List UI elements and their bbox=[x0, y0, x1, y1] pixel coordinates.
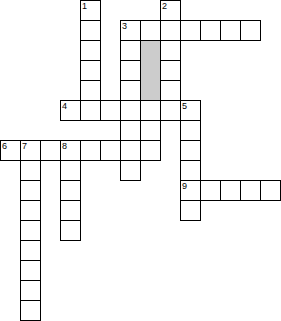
cell-r15-c1[interactable] bbox=[20, 300, 41, 321]
cell-r8-c6[interactable] bbox=[120, 160, 141, 181]
cell-r0-c8[interactable]: 2 bbox=[160, 0, 181, 21]
cell-r7-c0[interactable]: 6 bbox=[0, 140, 21, 161]
cell-r12-c1[interactable] bbox=[20, 240, 41, 261]
cell-r8-c3[interactable] bbox=[60, 160, 81, 181]
shaded-bar[interactable] bbox=[140, 40, 161, 101]
clue-number-3: 3 bbox=[122, 21, 127, 31]
cell-r1-c4[interactable] bbox=[80, 20, 101, 41]
cell-r0-c4[interactable]: 1 bbox=[80, 0, 101, 21]
cell-r5-c4[interactable] bbox=[80, 100, 101, 121]
crossword-grid: 123456789 bbox=[0, 0, 281, 321]
cell-r3-c8[interactable] bbox=[160, 60, 181, 81]
cell-r11-c3[interactable] bbox=[60, 220, 81, 241]
cell-r5-c7[interactable] bbox=[140, 100, 161, 121]
cell-r1-c6[interactable]: 3 bbox=[120, 20, 141, 41]
cell-r10-c9[interactable] bbox=[180, 200, 201, 221]
cell-r2-c6[interactable] bbox=[120, 40, 141, 61]
cell-r9-c11[interactable] bbox=[220, 180, 241, 201]
cell-r5-c8[interactable] bbox=[160, 100, 181, 121]
clue-number-9: 9 bbox=[182, 181, 187, 191]
cell-r7-c4[interactable] bbox=[80, 140, 101, 161]
cell-r4-c8[interactable] bbox=[160, 80, 181, 101]
cell-r6-c7[interactable] bbox=[140, 120, 161, 141]
cell-r7-c9[interactable] bbox=[180, 140, 201, 161]
cell-r9-c9[interactable]: 9 bbox=[180, 180, 201, 201]
cell-r1-c8[interactable] bbox=[160, 20, 181, 41]
clue-number-1: 1 bbox=[82, 1, 87, 11]
cell-r10-c3[interactable] bbox=[60, 200, 81, 221]
cell-r6-c6[interactable] bbox=[120, 120, 141, 141]
cell-r2-c4[interactable] bbox=[80, 40, 101, 61]
cell-r7-c1[interactable]: 7 bbox=[20, 140, 41, 161]
cell-r11-c1[interactable] bbox=[20, 220, 41, 241]
cell-r5-c9[interactable]: 5 bbox=[180, 100, 201, 121]
cell-r3-c4[interactable] bbox=[80, 60, 101, 81]
cell-r1-c9[interactable] bbox=[180, 20, 201, 41]
cell-r9-c3[interactable] bbox=[60, 180, 81, 201]
cell-r7-c6[interactable] bbox=[120, 140, 141, 161]
cell-r1-c11[interactable] bbox=[220, 20, 241, 41]
cell-r9-c10[interactable] bbox=[200, 180, 221, 201]
cell-r4-c6[interactable] bbox=[120, 80, 141, 101]
cell-r5-c5[interactable] bbox=[100, 100, 121, 121]
clue-number-2: 2 bbox=[162, 1, 167, 11]
cell-r7-c7[interactable] bbox=[140, 140, 161, 161]
cell-r10-c1[interactable] bbox=[20, 200, 41, 221]
cell-r5-c6[interactable] bbox=[120, 100, 141, 121]
clue-number-6: 6 bbox=[2, 141, 7, 151]
clue-number-4: 4 bbox=[62, 101, 67, 111]
clue-number-7: 7 bbox=[22, 141, 27, 151]
cell-r7-c2[interactable] bbox=[40, 140, 61, 161]
cell-r13-c1[interactable] bbox=[20, 260, 41, 281]
cell-r7-c3[interactable]: 8 bbox=[60, 140, 81, 161]
cell-r7-c5[interactable] bbox=[100, 140, 121, 161]
cell-r1-c7[interactable] bbox=[140, 20, 161, 41]
cell-r2-c8[interactable] bbox=[160, 40, 181, 61]
cell-r1-c12[interactable] bbox=[240, 20, 261, 41]
cell-r5-c3[interactable]: 4 bbox=[60, 100, 81, 121]
cell-r3-c6[interactable] bbox=[120, 60, 141, 81]
cell-r9-c1[interactable] bbox=[20, 180, 41, 201]
cell-r9-c13[interactable] bbox=[260, 180, 281, 201]
cell-r8-c1[interactable] bbox=[20, 160, 41, 181]
cell-r9-c12[interactable] bbox=[240, 180, 261, 201]
cell-r1-c10[interactable] bbox=[200, 20, 221, 41]
clue-number-8: 8 bbox=[62, 141, 67, 151]
cell-r6-c9[interactable] bbox=[180, 120, 201, 141]
cell-r8-c9[interactable] bbox=[180, 160, 201, 181]
cell-r4-c4[interactable] bbox=[80, 80, 101, 101]
clue-number-5: 5 bbox=[182, 101, 187, 111]
cell-r14-c1[interactable] bbox=[20, 280, 41, 301]
